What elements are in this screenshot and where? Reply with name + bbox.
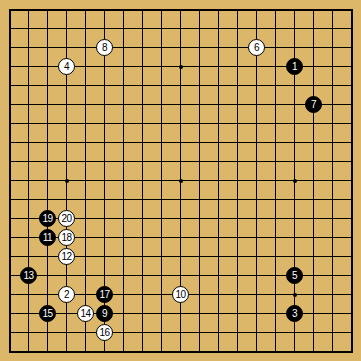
intersection-4-3[interactable] — [57, 38, 76, 57]
intersection-14-15[interactable] — [247, 266, 266, 285]
intersection-6-14[interactable] — [95, 247, 114, 266]
intersection-12-14[interactable] — [209, 247, 228, 266]
intersection-7-13[interactable] — [114, 228, 133, 247]
intersection-9-13[interactable] — [152, 228, 171, 247]
intersection-2-17[interactable] — [19, 304, 38, 323]
intersection-1-16[interactable] — [0, 285, 19, 304]
intersection-17-15[interactable] — [304, 266, 323, 285]
intersection-11-19[interactable] — [190, 342, 209, 361]
intersection-14-11[interactable] — [247, 190, 266, 209]
intersection-15-5[interactable] — [266, 76, 285, 95]
intersection-9-15[interactable] — [152, 266, 171, 285]
intersection-12-13[interactable] — [209, 228, 228, 247]
intersection-6-1[interactable] — [95, 0, 114, 19]
intersection-9-8[interactable] — [152, 133, 171, 152]
intersection-15-15[interactable] — [266, 266, 285, 285]
intersection-7-2[interactable] — [114, 19, 133, 38]
intersection-14-5[interactable] — [247, 76, 266, 95]
intersection-4-13[interactable]: 18 — [57, 228, 76, 247]
intersection-11-5[interactable] — [190, 76, 209, 95]
intersection-3-10[interactable] — [38, 171, 57, 190]
intersection-15-6[interactable] — [266, 95, 285, 114]
intersection-10-16[interactable]: 10 — [171, 285, 190, 304]
intersection-15-4[interactable] — [266, 57, 285, 76]
intersection-4-9[interactable] — [57, 152, 76, 171]
intersection-4-15[interactable] — [57, 266, 76, 285]
intersection-16-15[interactable]: 5 — [285, 266, 304, 285]
intersection-1-12[interactable] — [0, 209, 19, 228]
intersection-13-12[interactable] — [228, 209, 247, 228]
intersection-18-14[interactable] — [323, 247, 342, 266]
intersection-2-15[interactable]: 13 — [19, 266, 38, 285]
intersection-8-1[interactable] — [133, 0, 152, 19]
intersection-18-13[interactable] — [323, 228, 342, 247]
intersection-12-11[interactable] — [209, 190, 228, 209]
intersection-4-10[interactable] — [57, 171, 76, 190]
intersection-16-18[interactable] — [285, 323, 304, 342]
intersection-7-11[interactable] — [114, 190, 133, 209]
intersection-6-5[interactable] — [95, 76, 114, 95]
intersection-10-17[interactable] — [171, 304, 190, 323]
intersection-18-2[interactable] — [323, 19, 342, 38]
intersection-2-2[interactable] — [19, 19, 38, 38]
intersection-3-5[interactable] — [38, 76, 57, 95]
intersection-15-9[interactable] — [266, 152, 285, 171]
intersection-15-13[interactable] — [266, 228, 285, 247]
intersection-4-16[interactable]: 2 — [57, 285, 76, 304]
intersection-14-8[interactable] — [247, 133, 266, 152]
intersection-10-19[interactable] — [171, 342, 190, 361]
intersection-2-14[interactable] — [19, 247, 38, 266]
intersection-17-9[interactable] — [304, 152, 323, 171]
intersection-14-16[interactable] — [247, 285, 266, 304]
intersection-3-14[interactable] — [38, 247, 57, 266]
intersection-5-12[interactable] — [76, 209, 95, 228]
intersection-1-18[interactable] — [0, 323, 19, 342]
intersection-10-18[interactable] — [171, 323, 190, 342]
intersection-10-12[interactable] — [171, 209, 190, 228]
intersection-14-10[interactable] — [247, 171, 266, 190]
intersection-17-18[interactable] — [304, 323, 323, 342]
intersection-9-1[interactable] — [152, 0, 171, 19]
intersection-14-9[interactable] — [247, 152, 266, 171]
intersection-4-1[interactable] — [57, 0, 76, 19]
intersection-18-16[interactable] — [323, 285, 342, 304]
intersection-11-8[interactable] — [190, 133, 209, 152]
intersection-8-16[interactable] — [133, 285, 152, 304]
intersection-6-19[interactable] — [95, 342, 114, 361]
intersection-16-1[interactable] — [285, 0, 304, 19]
intersection-14-12[interactable] — [247, 209, 266, 228]
intersection-4-7[interactable] — [57, 114, 76, 133]
intersection-2-3[interactable] — [19, 38, 38, 57]
intersection-9-5[interactable] — [152, 76, 171, 95]
intersection-2-1[interactable] — [19, 0, 38, 19]
intersection-8-8[interactable] — [133, 133, 152, 152]
intersection-3-18[interactable] — [38, 323, 57, 342]
intersection-11-6[interactable] — [190, 95, 209, 114]
intersection-13-5[interactable] — [228, 76, 247, 95]
intersection-8-3[interactable] — [133, 38, 152, 57]
intersection-14-19[interactable] — [247, 342, 266, 361]
intersection-12-3[interactable] — [209, 38, 228, 57]
intersection-5-7[interactable] — [76, 114, 95, 133]
intersection-19-8[interactable] — [342, 133, 361, 152]
intersection-12-7[interactable] — [209, 114, 228, 133]
intersection-16-5[interactable] — [285, 76, 304, 95]
intersection-16-12[interactable] — [285, 209, 304, 228]
intersection-17-3[interactable] — [304, 38, 323, 57]
intersection-15-1[interactable] — [266, 0, 285, 19]
intersection-19-6[interactable] — [342, 95, 361, 114]
intersection-8-9[interactable] — [133, 152, 152, 171]
intersection-9-2[interactable] — [152, 19, 171, 38]
intersection-16-16[interactable] — [285, 285, 304, 304]
intersection-12-17[interactable] — [209, 304, 228, 323]
intersection-12-1[interactable] — [209, 0, 228, 19]
intersection-12-5[interactable] — [209, 76, 228, 95]
intersection-9-11[interactable] — [152, 190, 171, 209]
intersection-12-15[interactable] — [209, 266, 228, 285]
intersection-15-10[interactable] — [266, 171, 285, 190]
intersection-5-15[interactable] — [76, 266, 95, 285]
intersection-1-1[interactable] — [0, 0, 19, 19]
intersection-19-9[interactable] — [342, 152, 361, 171]
intersection-18-12[interactable] — [323, 209, 342, 228]
intersection-13-18[interactable] — [228, 323, 247, 342]
intersection-1-9[interactable] — [0, 152, 19, 171]
intersection-9-19[interactable] — [152, 342, 171, 361]
intersection-15-7[interactable] — [266, 114, 285, 133]
intersection-3-15[interactable] — [38, 266, 57, 285]
intersection-8-19[interactable] — [133, 342, 152, 361]
intersection-10-6[interactable] — [171, 95, 190, 114]
intersection-16-14[interactable] — [285, 247, 304, 266]
intersection-2-10[interactable] — [19, 171, 38, 190]
intersection-7-4[interactable] — [114, 57, 133, 76]
intersection-3-13[interactable]: 11 — [38, 228, 57, 247]
intersection-18-15[interactable] — [323, 266, 342, 285]
intersection-10-10[interactable] — [171, 171, 190, 190]
intersection-6-12[interactable] — [95, 209, 114, 228]
intersection-9-9[interactable] — [152, 152, 171, 171]
intersection-6-7[interactable] — [95, 114, 114, 133]
intersection-6-15[interactable] — [95, 266, 114, 285]
intersection-5-5[interactable] — [76, 76, 95, 95]
intersection-7-15[interactable] — [114, 266, 133, 285]
intersection-5-6[interactable] — [76, 95, 95, 114]
intersection-6-3[interactable]: 8 — [95, 38, 114, 57]
intersection-8-11[interactable] — [133, 190, 152, 209]
intersection-2-7[interactable] — [19, 114, 38, 133]
intersection-15-3[interactable] — [266, 38, 285, 57]
intersection-2-8[interactable] — [19, 133, 38, 152]
intersection-11-13[interactable] — [190, 228, 209, 247]
intersection-17-4[interactable] — [304, 57, 323, 76]
intersection-6-18[interactable]: 16 — [95, 323, 114, 342]
intersection-8-4[interactable] — [133, 57, 152, 76]
intersection-5-1[interactable] — [76, 0, 95, 19]
intersection-16-11[interactable] — [285, 190, 304, 209]
intersection-3-12[interactable]: 19 — [38, 209, 57, 228]
intersection-9-7[interactable] — [152, 114, 171, 133]
intersection-7-3[interactable] — [114, 38, 133, 57]
intersection-11-15[interactable] — [190, 266, 209, 285]
intersection-13-6[interactable] — [228, 95, 247, 114]
intersection-5-2[interactable] — [76, 19, 95, 38]
intersection-8-12[interactable] — [133, 209, 152, 228]
intersection-13-19[interactable] — [228, 342, 247, 361]
intersection-19-15[interactable] — [342, 266, 361, 285]
intersection-16-8[interactable] — [285, 133, 304, 152]
intersection-5-9[interactable] — [76, 152, 95, 171]
intersection-13-16[interactable] — [228, 285, 247, 304]
intersection-11-14[interactable] — [190, 247, 209, 266]
intersection-11-4[interactable] — [190, 57, 209, 76]
intersection-1-19[interactable] — [0, 342, 19, 361]
intersection-1-6[interactable] — [0, 95, 19, 114]
intersection-3-16[interactable] — [38, 285, 57, 304]
intersection-6-17[interactable]: 9 — [95, 304, 114, 323]
intersection-3-17[interactable]: 15 — [38, 304, 57, 323]
intersection-13-7[interactable] — [228, 114, 247, 133]
intersection-13-13[interactable] — [228, 228, 247, 247]
intersection-19-10[interactable] — [342, 171, 361, 190]
intersection-5-14[interactable] — [76, 247, 95, 266]
intersection-19-1[interactable] — [342, 0, 361, 19]
intersection-2-13[interactable] — [19, 228, 38, 247]
intersection-7-5[interactable] — [114, 76, 133, 95]
intersection-8-15[interactable] — [133, 266, 152, 285]
intersection-12-9[interactable] — [209, 152, 228, 171]
intersection-19-17[interactable] — [342, 304, 361, 323]
intersection-4-4[interactable]: 4 — [57, 57, 76, 76]
intersection-12-19[interactable] — [209, 342, 228, 361]
intersection-11-7[interactable] — [190, 114, 209, 133]
intersection-1-8[interactable] — [0, 133, 19, 152]
intersection-19-2[interactable] — [342, 19, 361, 38]
intersection-5-3[interactable] — [76, 38, 95, 57]
intersection-18-10[interactable] — [323, 171, 342, 190]
intersection-3-8[interactable] — [38, 133, 57, 152]
intersection-1-7[interactable] — [0, 114, 19, 133]
intersection-8-5[interactable] — [133, 76, 152, 95]
intersection-13-1[interactable] — [228, 0, 247, 19]
intersection-6-8[interactable] — [95, 133, 114, 152]
intersection-18-19[interactable] — [323, 342, 342, 361]
intersection-6-4[interactable] — [95, 57, 114, 76]
intersection-13-15[interactable] — [228, 266, 247, 285]
intersection-7-14[interactable] — [114, 247, 133, 266]
intersection-2-11[interactable] — [19, 190, 38, 209]
intersection-1-3[interactable] — [0, 38, 19, 57]
intersection-2-19[interactable] — [19, 342, 38, 361]
intersection-14-6[interactable] — [247, 95, 266, 114]
intersection-3-2[interactable] — [38, 19, 57, 38]
intersection-3-19[interactable] — [38, 342, 57, 361]
intersection-9-4[interactable] — [152, 57, 171, 76]
intersection-18-8[interactable] — [323, 133, 342, 152]
intersection-14-3[interactable]: 6 — [247, 38, 266, 57]
intersection-5-11[interactable] — [76, 190, 95, 209]
intersection-10-14[interactable] — [171, 247, 190, 266]
intersection-5-18[interactable] — [76, 323, 95, 342]
intersection-16-13[interactable] — [285, 228, 304, 247]
intersection-6-10[interactable] — [95, 171, 114, 190]
intersection-17-14[interactable] — [304, 247, 323, 266]
intersection-11-18[interactable] — [190, 323, 209, 342]
intersection-4-14[interactable]: 12 — [57, 247, 76, 266]
intersection-15-8[interactable] — [266, 133, 285, 152]
intersection-8-6[interactable] — [133, 95, 152, 114]
intersection-5-13[interactable] — [76, 228, 95, 247]
intersection-1-10[interactable] — [0, 171, 19, 190]
intersection-7-7[interactable] — [114, 114, 133, 133]
intersection-4-5[interactable] — [57, 76, 76, 95]
intersection-4-2[interactable] — [57, 19, 76, 38]
intersection-10-7[interactable] — [171, 114, 190, 133]
intersection-3-1[interactable] — [38, 0, 57, 19]
intersection-9-12[interactable] — [152, 209, 171, 228]
intersection-10-1[interactable] — [171, 0, 190, 19]
intersection-18-9[interactable] — [323, 152, 342, 171]
intersection-13-9[interactable] — [228, 152, 247, 171]
intersection-2-4[interactable] — [19, 57, 38, 76]
intersection-11-12[interactable] — [190, 209, 209, 228]
intersection-12-8[interactable] — [209, 133, 228, 152]
intersection-3-9[interactable] — [38, 152, 57, 171]
intersection-14-14[interactable] — [247, 247, 266, 266]
intersection-9-16[interactable] — [152, 285, 171, 304]
intersection-4-18[interactable] — [57, 323, 76, 342]
intersection-17-16[interactable] — [304, 285, 323, 304]
intersection-4-19[interactable] — [57, 342, 76, 361]
intersection-17-10[interactable] — [304, 171, 323, 190]
intersection-18-4[interactable] — [323, 57, 342, 76]
intersection-1-4[interactable] — [0, 57, 19, 76]
intersection-6-9[interactable] — [95, 152, 114, 171]
intersection-2-12[interactable] — [19, 209, 38, 228]
intersection-15-12[interactable] — [266, 209, 285, 228]
intersection-6-2[interactable] — [95, 19, 114, 38]
intersection-8-10[interactable] — [133, 171, 152, 190]
intersection-9-17[interactable] — [152, 304, 171, 323]
intersection-11-16[interactable] — [190, 285, 209, 304]
intersection-1-13[interactable] — [0, 228, 19, 247]
intersection-12-18[interactable] — [209, 323, 228, 342]
intersection-17-19[interactable] — [304, 342, 323, 361]
intersection-2-16[interactable] — [19, 285, 38, 304]
intersection-14-18[interactable] — [247, 323, 266, 342]
intersection-13-4[interactable] — [228, 57, 247, 76]
intersection-7-9[interactable] — [114, 152, 133, 171]
intersection-17-17[interactable] — [304, 304, 323, 323]
intersection-7-8[interactable] — [114, 133, 133, 152]
intersection-19-13[interactable] — [342, 228, 361, 247]
intersection-7-12[interactable] — [114, 209, 133, 228]
intersection-4-12[interactable]: 20 — [57, 209, 76, 228]
intersection-5-16[interactable] — [76, 285, 95, 304]
intersection-15-18[interactable] — [266, 323, 285, 342]
intersection-9-6[interactable] — [152, 95, 171, 114]
intersection-13-17[interactable] — [228, 304, 247, 323]
intersection-9-10[interactable] — [152, 171, 171, 190]
intersection-13-14[interactable] — [228, 247, 247, 266]
intersection-10-2[interactable] — [171, 19, 190, 38]
intersection-18-17[interactable] — [323, 304, 342, 323]
intersection-19-4[interactable] — [342, 57, 361, 76]
intersection-1-11[interactable] — [0, 190, 19, 209]
intersection-3-3[interactable] — [38, 38, 57, 57]
intersection-5-17[interactable]: 14 — [76, 304, 95, 323]
intersection-5-19[interactable] — [76, 342, 95, 361]
intersection-5-10[interactable] — [76, 171, 95, 190]
intersection-16-6[interactable] — [285, 95, 304, 114]
intersection-16-4[interactable]: 1 — [285, 57, 304, 76]
intersection-6-13[interactable] — [95, 228, 114, 247]
intersection-4-6[interactable] — [57, 95, 76, 114]
intersection-18-6[interactable] — [323, 95, 342, 114]
intersection-19-18[interactable] — [342, 323, 361, 342]
intersection-11-1[interactable] — [190, 0, 209, 19]
intersection-9-3[interactable] — [152, 38, 171, 57]
intersection-13-3[interactable] — [228, 38, 247, 57]
intersection-11-9[interactable] — [190, 152, 209, 171]
intersection-10-11[interactable] — [171, 190, 190, 209]
intersection-19-7[interactable] — [342, 114, 361, 133]
intersection-15-11[interactable] — [266, 190, 285, 209]
intersection-2-9[interactable] — [19, 152, 38, 171]
intersection-3-7[interactable] — [38, 114, 57, 133]
intersection-18-1[interactable] — [323, 0, 342, 19]
intersection-1-2[interactable] — [0, 19, 19, 38]
intersection-16-7[interactable] — [285, 114, 304, 133]
intersection-6-16[interactable]: 17 — [95, 285, 114, 304]
intersection-15-16[interactable] — [266, 285, 285, 304]
intersection-17-1[interactable] — [304, 0, 323, 19]
intersection-17-11[interactable] — [304, 190, 323, 209]
intersection-14-13[interactable] — [247, 228, 266, 247]
intersection-10-3[interactable] — [171, 38, 190, 57]
intersection-19-5[interactable] — [342, 76, 361, 95]
intersection-18-11[interactable] — [323, 190, 342, 209]
intersection-11-2[interactable] — [190, 19, 209, 38]
intersection-7-16[interactable] — [114, 285, 133, 304]
intersection-16-10[interactable] — [285, 171, 304, 190]
intersection-12-6[interactable] — [209, 95, 228, 114]
intersection-16-2[interactable] — [285, 19, 304, 38]
intersection-7-19[interactable] — [114, 342, 133, 361]
intersection-13-10[interactable] — [228, 171, 247, 190]
intersection-11-17[interactable] — [190, 304, 209, 323]
intersection-19-19[interactable] — [342, 342, 361, 361]
intersection-12-4[interactable] — [209, 57, 228, 76]
intersection-14-1[interactable] — [247, 0, 266, 19]
intersection-19-11[interactable] — [342, 190, 361, 209]
intersection-14-2[interactable] — [247, 19, 266, 38]
intersection-12-2[interactable] — [209, 19, 228, 38]
intersection-17-6[interactable]: 7 — [304, 95, 323, 114]
intersection-15-17[interactable] — [266, 304, 285, 323]
intersection-10-13[interactable] — [171, 228, 190, 247]
intersection-13-11[interactable] — [228, 190, 247, 209]
intersection-9-14[interactable] — [152, 247, 171, 266]
intersection-5-4[interactable] — [76, 57, 95, 76]
intersection-10-15[interactable] — [171, 266, 190, 285]
intersection-12-12[interactable] — [209, 209, 228, 228]
intersection-16-19[interactable] — [285, 342, 304, 361]
intersection-13-8[interactable] — [228, 133, 247, 152]
